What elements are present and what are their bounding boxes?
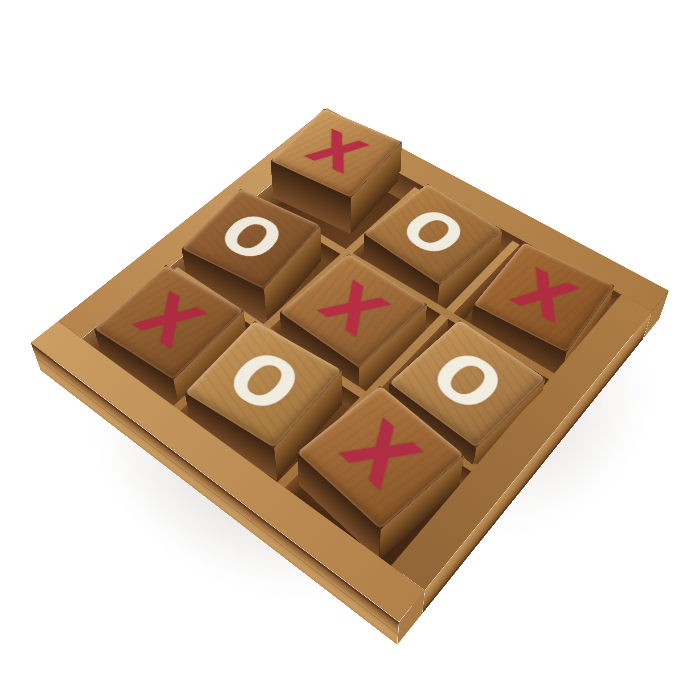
product-photo: X O X O X: [0, 0, 700, 700]
o-symbol: O: [417, 340, 518, 423]
o-symbol: O: [207, 204, 296, 271]
x-symbol: X: [308, 273, 399, 345]
x-symbol: X: [502, 261, 586, 332]
x-symbol: X: [328, 411, 432, 500]
x-symbol: X: [123, 284, 216, 357]
x-symbol: X: [297, 123, 376, 180]
o-symbol: O: [388, 200, 477, 266]
o-symbol: O: [213, 341, 314, 425]
